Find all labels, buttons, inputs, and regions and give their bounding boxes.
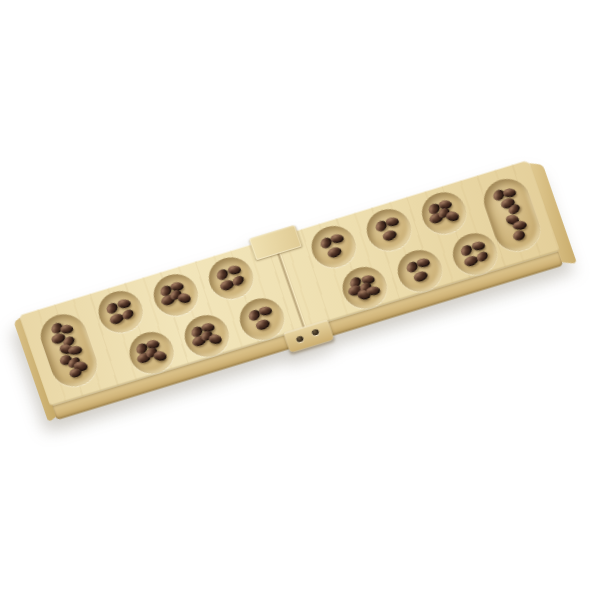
seed bbox=[445, 210, 460, 221]
seed bbox=[512, 228, 527, 241]
pit-top-2[interactable] bbox=[148, 269, 203, 321]
pit-top-5[interactable] bbox=[361, 204, 416, 256]
product-photo-scene bbox=[0, 0, 600, 600]
seed bbox=[330, 235, 343, 244]
seed bbox=[68, 346, 83, 356]
seed bbox=[416, 259, 429, 268]
pit-top-1[interactable] bbox=[93, 286, 148, 338]
pit-top-3[interactable] bbox=[203, 252, 258, 304]
seed bbox=[177, 292, 192, 303]
seed bbox=[503, 189, 516, 198]
hinge-front-clasp bbox=[284, 320, 335, 353]
mancala-board bbox=[19, 159, 566, 421]
clasp-hole-icon bbox=[296, 335, 305, 342]
pit-top-6[interactable] bbox=[416, 187, 471, 239]
seed bbox=[255, 318, 272, 331]
seed bbox=[117, 299, 130, 308]
seed bbox=[512, 221, 527, 231]
store-left bbox=[35, 309, 103, 392]
seed bbox=[227, 265, 240, 274]
seed bbox=[366, 286, 381, 296]
seed bbox=[385, 218, 398, 227]
seed bbox=[412, 269, 429, 282]
seed bbox=[259, 307, 272, 316]
seed bbox=[68, 368, 81, 378]
seed bbox=[152, 350, 167, 361]
seed bbox=[207, 333, 222, 344]
seed bbox=[471, 241, 484, 250]
seed bbox=[381, 229, 398, 242]
pit-top-4[interactable] bbox=[306, 221, 361, 273]
hinge-back-block bbox=[249, 225, 302, 260]
seed bbox=[326, 245, 343, 258]
seed bbox=[60, 325, 73, 334]
clasp-hole-icon bbox=[311, 329, 320, 336]
